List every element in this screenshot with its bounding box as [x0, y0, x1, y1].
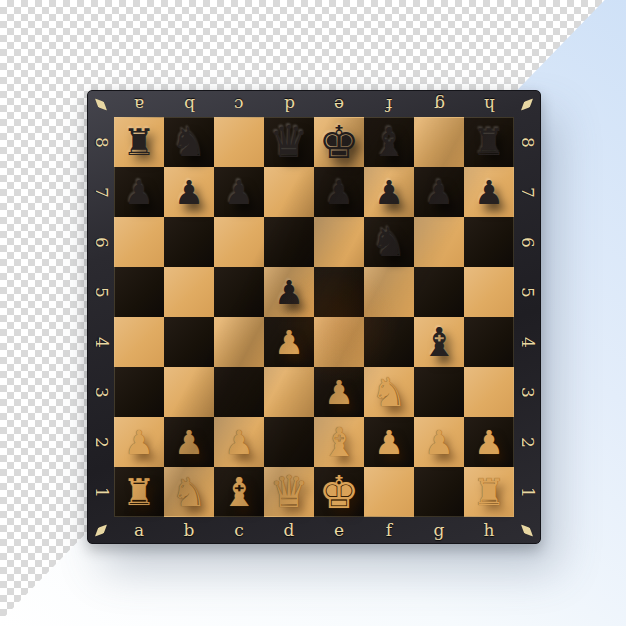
square-e7[interactable]: ♟ [314, 167, 364, 217]
square-a6[interactable] [114, 217, 164, 267]
corner-ornament [514, 517, 540, 543]
rank-label-left-3: 3 [88, 367, 114, 417]
file-label-bottom-f: f [364, 517, 414, 543]
square-a2[interactable]: ♟ [114, 417, 164, 467]
black-rook[interactable]: ♜ [472, 124, 505, 161]
square-h3[interactable] [464, 367, 514, 417]
square-b4[interactable] [164, 317, 214, 367]
diamond-icon [92, 95, 110, 113]
coordinate-label: h [484, 522, 495, 539]
rank-label-left-4: 4 [88, 317, 114, 367]
square-h4[interactable] [464, 317, 514, 367]
coordinate-label: d [284, 96, 295, 113]
white-rook[interactable]: ♜ [122, 474, 155, 511]
rank-label-left-5: 5 [88, 267, 114, 317]
chess-board: abcdefgh8♜♞♛♚♝♜87♟♟♟♟♟♟♟76♞65♟54♟♝43♟♞32… [87, 90, 541, 544]
square-a8[interactable]: ♜ [114, 117, 164, 167]
square-h8[interactable]: ♜ [464, 117, 514, 167]
corner-ornament [514, 91, 540, 117]
square-a4[interactable] [114, 317, 164, 367]
square-e2[interactable]: ♝ [314, 417, 364, 467]
coordinate-label: 1 [518, 487, 535, 498]
coordinate-label: 6 [92, 237, 109, 248]
square-f5[interactable] [364, 267, 414, 317]
corner-ornament [88, 517, 114, 543]
square-e5[interactable] [314, 267, 364, 317]
file-label-top-g: g [414, 91, 464, 117]
black-knight[interactable]: ♞ [371, 222, 407, 262]
square-c2[interactable]: ♟ [214, 417, 264, 467]
coordinate-label: b [184, 522, 195, 539]
file-label-top-b: b [164, 91, 214, 117]
square-d5[interactable]: ♟ [264, 267, 314, 317]
square-h7[interactable]: ♟ [464, 167, 514, 217]
square-a7[interactable]: ♟ [114, 167, 164, 217]
coordinate-label: e [334, 96, 344, 113]
square-b8[interactable]: ♞ [164, 117, 214, 167]
square-g1[interactable] [414, 467, 464, 517]
square-c8[interactable] [214, 117, 264, 167]
coordinate-label: 8 [92, 137, 109, 148]
coordinate-label: f [386, 96, 392, 113]
coordinate-label: 2 [518, 437, 535, 448]
white-pawn[interactable]: ♟ [224, 426, 254, 459]
square-f8[interactable]: ♝ [364, 117, 414, 167]
square-c5[interactable] [214, 267, 264, 317]
square-e4[interactable] [314, 317, 364, 367]
coordinate-label: 7 [518, 187, 535, 198]
white-pawn[interactable]: ♟ [374, 426, 404, 459]
white-bishop[interactable]: ♝ [321, 422, 357, 462]
square-b6[interactable] [164, 217, 214, 267]
white-bishop[interactable]: ♝ [221, 472, 257, 512]
square-a1[interactable]: ♜ [114, 467, 164, 517]
white-pawn[interactable]: ♟ [424, 426, 454, 459]
coordinate-label: g [434, 96, 445, 113]
square-d8[interactable]: ♛ [264, 117, 314, 167]
file-label-bottom-h: h [464, 517, 514, 543]
diamond-icon [518, 521, 536, 539]
coordinate-label: g [434, 522, 445, 539]
coordinate-label: 2 [92, 437, 109, 448]
coordinate-label: a [134, 96, 144, 113]
file-label-bottom-b: b [164, 517, 214, 543]
diamond-icon [92, 521, 110, 539]
square-b3[interactable] [164, 367, 214, 417]
square-f6[interactable]: ♞ [364, 217, 414, 267]
diamond-icon [518, 95, 536, 113]
coordinate-label: a [134, 522, 144, 539]
corner-ornament [88, 91, 114, 117]
rank-label-right-3: 3 [514, 367, 540, 417]
file-label-bottom-d: d [264, 517, 314, 543]
square-d7[interactable] [264, 167, 314, 217]
rank-label-right-6: 6 [514, 217, 540, 267]
square-b5[interactable] [164, 267, 214, 317]
square-h5[interactable] [464, 267, 514, 317]
white-pawn[interactable]: ♟ [174, 426, 204, 459]
rank-label-left-1: 1 [88, 467, 114, 517]
square-h1[interactable]: ♜ [464, 467, 514, 517]
white-knight[interactable]: ♞ [171, 472, 207, 512]
coordinate-label: 6 [518, 237, 535, 248]
black-pawn[interactable]: ♟ [274, 276, 304, 309]
coordinate-label: 3 [518, 387, 535, 398]
file-label-top-h: h [464, 91, 514, 117]
file-label-bottom-e: e [314, 517, 364, 543]
black-pawn[interactable]: ♟ [374, 176, 404, 209]
rank-label-left-6: 6 [88, 217, 114, 267]
black-knight[interactable]: ♞ [171, 122, 207, 162]
square-b2[interactable]: ♟ [164, 417, 214, 467]
square-b1[interactable]: ♞ [164, 467, 214, 517]
square-d1[interactable]: ♛ [264, 467, 314, 517]
file-label-bottom-c: c [214, 517, 264, 543]
black-bishop[interactable]: ♝ [371, 122, 407, 162]
black-rook[interactable]: ♜ [122, 124, 155, 161]
coordinate-label: c [234, 96, 244, 113]
coordinate-label: 5 [92, 287, 109, 298]
coordinate-label: 5 [518, 287, 535, 298]
square-c7[interactable]: ♟ [214, 167, 264, 217]
file-label-top-e: e [314, 91, 364, 117]
file-label-top-a: a [114, 91, 164, 117]
file-label-top-f: f [364, 91, 414, 117]
coordinate-label: 1 [92, 487, 109, 498]
square-e3[interactable]: ♟ [314, 367, 364, 417]
file-label-top-c: c [214, 91, 264, 117]
black-pawn[interactable]: ♟ [324, 176, 354, 209]
square-d4[interactable]: ♟ [264, 317, 314, 367]
white-queen[interactable]: ♛ [269, 470, 308, 514]
square-g4[interactable]: ♝ [414, 317, 464, 367]
white-rook[interactable]: ♜ [472, 474, 505, 511]
square-g2[interactable]: ♟ [414, 417, 464, 467]
rank-label-right-7: 7 [514, 167, 540, 217]
square-e1[interactable]: ♚ [314, 467, 364, 517]
white-knight[interactable]: ♞ [371, 372, 407, 412]
square-c4[interactable] [214, 317, 264, 367]
white-king[interactable]: ♚ [319, 470, 359, 515]
black-queen[interactable]: ♛ [269, 120, 308, 164]
white-pawn[interactable]: ♟ [124, 426, 154, 459]
coordinate-label: 4 [518, 337, 535, 348]
square-c3[interactable] [214, 367, 264, 417]
black-pawn[interactable]: ♟ [224, 176, 254, 209]
square-f1[interactable] [364, 467, 414, 517]
square-d6[interactable] [264, 217, 314, 267]
square-d3[interactable] [264, 367, 314, 417]
coordinate-label: d [284, 522, 295, 539]
square-g3[interactable] [414, 367, 464, 417]
file-label-top-d: d [264, 91, 314, 117]
square-f2[interactable]: ♟ [364, 417, 414, 467]
square-g5[interactable] [414, 267, 464, 317]
rank-label-right-8: 8 [514, 117, 540, 167]
rank-label-right-1: 1 [514, 467, 540, 517]
coordinate-label: 8 [518, 137, 535, 148]
white-pawn[interactable]: ♟ [474, 426, 504, 459]
square-g8[interactable] [414, 117, 464, 167]
square-g6[interactable] [414, 217, 464, 267]
black-pawn[interactable]: ♟ [124, 176, 154, 209]
square-e6[interactable] [314, 217, 364, 267]
file-label-bottom-g: g [414, 517, 464, 543]
square-e8[interactable]: ♚ [314, 117, 364, 167]
square-g7[interactable]: ♟ [414, 167, 464, 217]
coordinate-label: c [234, 522, 244, 539]
black-king[interactable]: ♚ [319, 120, 359, 165]
square-b7[interactable]: ♟ [164, 167, 214, 217]
black-pawn[interactable]: ♟ [474, 176, 504, 209]
square-a5[interactable] [114, 267, 164, 317]
rank-label-right-5: 5 [514, 267, 540, 317]
coordinate-label: 4 [92, 337, 109, 348]
square-h6[interactable] [464, 217, 514, 267]
coordinate-label: 7 [92, 187, 109, 198]
rank-label-right-4: 4 [514, 317, 540, 367]
coordinate-label: f [386, 522, 392, 539]
square-d2[interactable] [264, 417, 314, 467]
square-h2[interactable]: ♟ [464, 417, 514, 467]
white-pawn[interactable]: ♟ [324, 376, 354, 409]
black-bishop[interactable]: ♝ [421, 322, 457, 362]
coordinate-label: b [184, 96, 195, 113]
rank-label-left-8: 8 [88, 117, 114, 167]
square-f4[interactable] [364, 317, 414, 367]
square-f3[interactable]: ♞ [364, 367, 414, 417]
square-a3[interactable] [114, 367, 164, 417]
black-pawn[interactable]: ♟ [424, 176, 454, 209]
rank-label-left-2: 2 [88, 417, 114, 467]
white-pawn[interactable]: ♟ [274, 326, 304, 359]
black-pawn[interactable]: ♟ [174, 176, 204, 209]
rank-label-right-2: 2 [514, 417, 540, 467]
square-c1[interactable]: ♝ [214, 467, 264, 517]
coordinate-label: e [334, 522, 344, 539]
square-f7[interactable]: ♟ [364, 167, 414, 217]
coordinate-label: 3 [92, 387, 109, 398]
square-c6[interactable] [214, 217, 264, 267]
file-label-bottom-a: a [114, 517, 164, 543]
coordinate-label: h [484, 96, 495, 113]
rank-label-left-7: 7 [88, 167, 114, 217]
